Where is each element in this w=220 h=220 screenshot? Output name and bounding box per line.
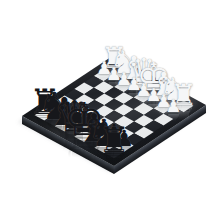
chess-set-photo: ♜♜♞♞♝♝♛♛♚♚♝♝♞♞♜♜♟♟♟♟♟♟♟♟♟♟♟♟♟♟♟♟♟♟♟♟♟♟♟♟…	[0, 0, 220, 220]
chess-board	[22, 55, 206, 166]
